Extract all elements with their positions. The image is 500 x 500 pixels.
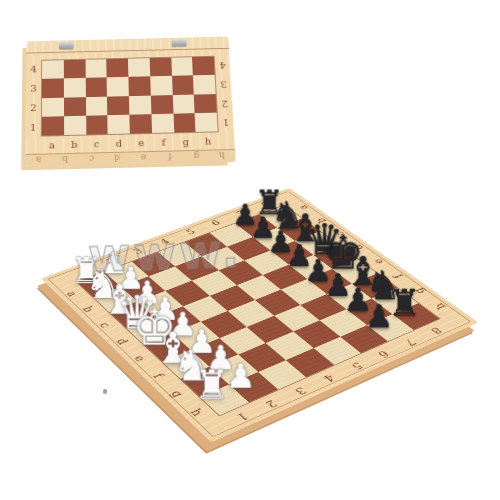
box-front-label: f (156, 149, 183, 162)
box-square (85, 78, 107, 97)
box-rank-label: 2 (217, 93, 233, 113)
box-front-label: a (25, 152, 51, 165)
box-square (149, 58, 171, 77)
box-square (85, 96, 107, 115)
box-rank-label: 1 (218, 112, 234, 132)
box-front-label: g (183, 149, 210, 161)
box-square (42, 79, 64, 98)
box-square (107, 96, 129, 115)
box-rank-labels-left: 4321 (26, 60, 41, 137)
box-front-label: b (52, 152, 78, 165)
box-rank-label: 4 (215, 55, 231, 74)
box-square (64, 78, 86, 97)
square-h2: ♟ (229, 372, 278, 402)
box-file-label: a (41, 136, 63, 154)
box-file-label: b (63, 136, 85, 154)
box-square (128, 58, 150, 77)
box-rank-label: 3 (216, 74, 232, 93)
box-file-label: d (108, 134, 131, 152)
box-square (193, 75, 216, 94)
box-front-label: e (130, 150, 157, 163)
box-square (85, 59, 107, 78)
product-photo-scene: 4321 4321 abcdefgh abcdefgh abcdefgh abc… (0, 0, 500, 500)
latch-pin-icon (103, 389, 107, 393)
box-file-label: g (174, 133, 197, 151)
black-pawn: ♟ (365, 300, 394, 332)
box-rank-labels-right: 4321 (215, 55, 234, 132)
box-square (128, 77, 150, 96)
box-file-label: h (197, 132, 220, 150)
box-front-label: c (78, 151, 104, 164)
box-square (108, 114, 130, 134)
box-square (151, 95, 173, 114)
box-square (42, 97, 64, 116)
box-square (64, 97, 86, 116)
box-file-label: f (152, 133, 175, 151)
box-square (129, 95, 151, 114)
box-square (86, 115, 108, 135)
box-square (151, 113, 174, 133)
box-square (150, 76, 172, 95)
box-rank-label: 4 (26, 60, 41, 79)
folded-chess-box: 4321 4321 abcdefgh abcdefgh (25, 37, 235, 168)
box-rank-label: 2 (26, 98, 41, 118)
board-squares: ♜♞♝♛♚♝♞♜♟♟♟♟♟♟♟♟♟♟♟♟♟♟♟♟♜♞♝♛♚♝♞♜ (76, 205, 441, 416)
box-square (173, 113, 196, 133)
box-rank-label: 3 (26, 79, 41, 98)
hinge-icon (59, 42, 74, 49)
hinge-icon (172, 39, 187, 46)
box-square (107, 77, 129, 96)
box-square (64, 115, 86, 135)
chess-board: abcdefgh abcdefgh 87654321 87654321 ♜♞♝♛… (41, 188, 479, 442)
white-pawn: ♟ (226, 359, 256, 393)
box-square (42, 60, 64, 79)
box-checkerboard (41, 56, 219, 137)
box-square (64, 60, 86, 79)
square-f4 (247, 315, 294, 342)
box-file-label: e (130, 134, 153, 152)
box-square (192, 57, 214, 76)
box-square (171, 57, 193, 76)
box-square (42, 116, 64, 136)
box-rank-label: 1 (26, 117, 41, 137)
box-square (194, 94, 217, 113)
box-square (129, 114, 151, 134)
box-file-label: c (85, 135, 108, 153)
box-top-face: 4321 4321 abcdefgh (25, 49, 234, 154)
white-rook: ♜ (194, 366, 230, 406)
box-square (172, 94, 195, 113)
box-square (107, 59, 129, 78)
box-square (172, 76, 194, 95)
box-front-label: h (209, 149, 236, 161)
box-square (195, 112, 218, 132)
box-front-label: d (104, 151, 130, 164)
